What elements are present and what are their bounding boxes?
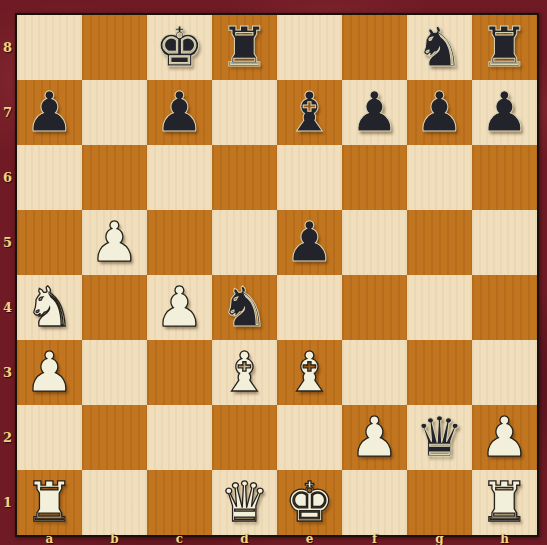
- piece-white-rook[interactable]: ♜︎: [480, 470, 529, 535]
- file-label-h: h: [472, 534, 537, 545]
- square-b6[interactable]: [82, 145, 147, 210]
- piece-white-pawn[interactable]: ♟︎: [155, 275, 204, 340]
- square-h1[interactable]: ♜︎: [472, 470, 537, 535]
- square-b8[interactable]: [82, 15, 147, 80]
- piece-white-rook[interactable]: ♜︎: [25, 470, 74, 535]
- piece-black-pawn[interactable]: ♟︎: [285, 210, 334, 275]
- piece-black-rook[interactable]: ♜︎: [220, 15, 269, 80]
- piece-white-bishop[interactable]: ♝︎: [220, 340, 269, 405]
- square-d8[interactable]: ♜︎: [212, 15, 277, 80]
- square-c7[interactable]: ♟︎: [147, 80, 212, 145]
- square-e2[interactable]: [277, 405, 342, 470]
- square-h5[interactable]: [472, 210, 537, 275]
- square-h4[interactable]: [472, 275, 537, 340]
- square-c6[interactable]: [147, 145, 212, 210]
- piece-black-pawn[interactable]: ♟︎: [25, 80, 74, 145]
- file-label-f: f: [342, 534, 407, 545]
- square-b5[interactable]: ♟︎: [82, 210, 147, 275]
- rank-label-5: 5: [0, 210, 15, 275]
- square-a5[interactable]: [17, 210, 82, 275]
- square-a1[interactable]: ♜︎: [17, 470, 82, 535]
- square-f5[interactable]: [342, 210, 407, 275]
- square-d4[interactable]: ♞︎: [212, 275, 277, 340]
- square-g1[interactable]: [407, 470, 472, 535]
- square-d2[interactable]: [212, 405, 277, 470]
- square-b2[interactable]: [82, 405, 147, 470]
- square-f4[interactable]: [342, 275, 407, 340]
- square-b4[interactable]: [82, 275, 147, 340]
- piece-white-king[interactable]: ♚︎: [285, 470, 334, 535]
- square-h8[interactable]: ♜︎: [472, 15, 537, 80]
- square-b7[interactable]: [82, 80, 147, 145]
- square-g6[interactable]: [407, 145, 472, 210]
- square-e7[interactable]: ♝︎: [277, 80, 342, 145]
- piece-black-king[interactable]: ♚︎: [155, 15, 204, 80]
- file-label-d: d: [212, 534, 277, 545]
- rank-label-8: 8: [0, 15, 15, 80]
- square-a4[interactable]: ♞︎: [17, 275, 82, 340]
- square-d6[interactable]: [212, 145, 277, 210]
- square-c2[interactable]: [147, 405, 212, 470]
- piece-black-bishop[interactable]: ♝︎: [285, 80, 334, 145]
- square-f3[interactable]: [342, 340, 407, 405]
- piece-white-pawn[interactable]: ♟︎: [350, 405, 399, 470]
- square-g4[interactable]: [407, 275, 472, 340]
- file-labels: abcdefgh: [17, 534, 537, 545]
- square-c8[interactable]: ♚︎: [147, 15, 212, 80]
- square-h3[interactable]: [472, 340, 537, 405]
- piece-black-pawn[interactable]: ♟︎: [155, 80, 204, 145]
- piece-black-knight[interactable]: ♞︎: [220, 275, 269, 340]
- file-label-g: g: [407, 534, 472, 545]
- piece-white-bishop[interactable]: ♝︎: [285, 340, 334, 405]
- square-e3[interactable]: ♝︎: [277, 340, 342, 405]
- square-e8[interactable]: [277, 15, 342, 80]
- square-a8[interactable]: [17, 15, 82, 80]
- piece-white-pawn[interactable]: ♟︎: [90, 210, 139, 275]
- square-e6[interactable]: [277, 145, 342, 210]
- square-g7[interactable]: ♟︎: [407, 80, 472, 145]
- piece-white-queen[interactable]: ♛︎: [220, 470, 269, 535]
- piece-black-pawn[interactable]: ♟︎: [415, 80, 464, 145]
- square-g5[interactable]: [407, 210, 472, 275]
- chessboard: ♚︎♜︎♞︎♜︎♟︎♟︎♝︎♟︎♟︎♟︎♟︎♟︎♞︎♟︎♞︎♟︎♝︎♝︎♟︎♛︎…: [17, 15, 537, 535]
- piece-white-pawn[interactable]: ♟︎: [480, 405, 529, 470]
- square-c1[interactable]: [147, 470, 212, 535]
- square-f1[interactable]: [342, 470, 407, 535]
- square-g3[interactable]: [407, 340, 472, 405]
- chessboard-app: 87654321 ♚︎♜︎♞︎♜︎♟︎♟︎♝︎♟︎♟︎♟︎♟︎♟︎♞︎♟︎♞︎♟…: [0, 0, 547, 545]
- rank-label-6: 6: [0, 145, 15, 210]
- piece-black-rook[interactable]: ♜︎: [480, 15, 529, 80]
- file-label-c: c: [147, 534, 212, 545]
- rank-label-1: 1: [0, 470, 15, 535]
- square-a3[interactable]: ♟︎: [17, 340, 82, 405]
- piece-white-pawn[interactable]: ♟︎: [25, 340, 74, 405]
- piece-black-pawn[interactable]: ♟︎: [350, 80, 399, 145]
- rank-label-2: 2: [0, 405, 15, 470]
- square-e5[interactable]: ♟︎: [277, 210, 342, 275]
- rank-label-7: 7: [0, 80, 15, 145]
- square-a7[interactable]: ♟︎: [17, 80, 82, 145]
- square-d5[interactable]: [212, 210, 277, 275]
- square-d3[interactable]: ♝︎: [212, 340, 277, 405]
- square-d1[interactable]: ♛︎: [212, 470, 277, 535]
- square-d7[interactable]: [212, 80, 277, 145]
- piece-black-pawn[interactable]: ♟︎: [480, 80, 529, 145]
- piece-white-knight[interactable]: ♞︎: [25, 275, 74, 340]
- file-label-b: b: [82, 534, 147, 545]
- square-h6[interactable]: [472, 145, 537, 210]
- file-label-e: e: [277, 534, 342, 545]
- square-g8[interactable]: ♞︎: [407, 15, 472, 80]
- square-f2[interactable]: ♟︎: [342, 405, 407, 470]
- square-c4[interactable]: ♟︎: [147, 275, 212, 340]
- square-b3[interactable]: [82, 340, 147, 405]
- square-a2[interactable]: [17, 405, 82, 470]
- rank-label-4: 4: [0, 275, 15, 340]
- chessboard-frame: ♚︎♜︎♞︎♜︎♟︎♟︎♝︎♟︎♟︎♟︎♟︎♟︎♞︎♟︎♞︎♟︎♝︎♝︎♟︎♛︎…: [15, 13, 539, 537]
- piece-black-knight[interactable]: ♞︎: [415, 15, 464, 80]
- square-f6[interactable]: [342, 145, 407, 210]
- square-b1[interactable]: [82, 470, 147, 535]
- square-h2[interactable]: ♟︎: [472, 405, 537, 470]
- square-a6[interactable]: [17, 145, 82, 210]
- rank-label-3: 3: [0, 340, 15, 405]
- square-e1[interactable]: ♚︎: [277, 470, 342, 535]
- square-f8[interactable]: [342, 15, 407, 80]
- piece-black-queen[interactable]: ♛︎: [415, 405, 464, 470]
- square-c3[interactable]: [147, 340, 212, 405]
- file-label-a: a: [17, 534, 82, 545]
- square-g2[interactable]: ♛︎: [407, 405, 472, 470]
- square-e4[interactable]: [277, 275, 342, 340]
- rank-labels: 87654321: [0, 15, 15, 535]
- square-f7[interactable]: ♟︎: [342, 80, 407, 145]
- square-h7[interactable]: ♟︎: [472, 80, 537, 145]
- square-c5[interactable]: [147, 210, 212, 275]
